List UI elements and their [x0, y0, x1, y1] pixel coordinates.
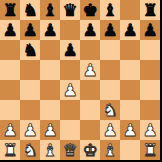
square-a1[interactable]: ♜ — [0, 140, 20, 160]
square-e8[interactable]: ♚ — [80, 0, 100, 20]
square-g6[interactable] — [120, 40, 140, 60]
piece-black-bishop[interactable]: ♝ — [42, 0, 57, 20]
square-f7[interactable]: ♟ — [100, 20, 120, 40]
square-e2[interactable] — [80, 120, 100, 140]
square-d5[interactable] — [60, 60, 80, 80]
square-d6[interactable]: ♟ — [60, 40, 80, 60]
square-a7[interactable]: ♟ — [0, 20, 20, 40]
square-f4[interactable] — [100, 80, 120, 100]
square-c4[interactable] — [40, 80, 60, 100]
piece-white-pawn[interactable]: ♟ — [62, 80, 77, 100]
piece-black-rook[interactable]: ♜ — [2, 0, 17, 20]
piece-white-queen[interactable]: ♛ — [62, 140, 77, 160]
square-d7[interactable] — [60, 20, 80, 40]
square-a5[interactable] — [0, 60, 20, 80]
piece-black-pawn[interactable]: ♟ — [22, 20, 37, 40]
square-b4[interactable] — [20, 80, 40, 100]
square-b3[interactable] — [20, 100, 40, 120]
square-b6[interactable]: ♞ — [20, 40, 40, 60]
square-e4[interactable] — [80, 80, 100, 100]
piece-black-rook[interactable]: ♜ — [142, 0, 157, 20]
piece-white-rook[interactable]: ♜ — [142, 140, 157, 160]
square-d3[interactable] — [60, 100, 80, 120]
piece-white-pawn[interactable]: ♟ — [82, 60, 97, 80]
square-h7[interactable]: ♟ — [140, 20, 160, 40]
square-h1[interactable]: ♜ — [140, 140, 160, 160]
square-e3[interactable] — [80, 100, 100, 120]
piece-black-pawn[interactable]: ♟ — [2, 20, 17, 40]
piece-black-pawn[interactable]: ♟ — [42, 20, 57, 40]
piece-black-pawn[interactable]: ♟ — [82, 20, 97, 40]
square-g4[interactable] — [120, 80, 140, 100]
square-c7[interactable]: ♟ — [40, 20, 60, 40]
square-a6[interactable] — [0, 40, 20, 60]
square-a3[interactable] — [0, 100, 20, 120]
piece-white-rook[interactable]: ♜ — [2, 140, 17, 160]
square-h3[interactable] — [140, 100, 160, 120]
square-a2[interactable]: ♟ — [0, 120, 20, 140]
square-a8[interactable]: ♜ — [0, 0, 20, 20]
piece-white-pawn[interactable]: ♟ — [2, 120, 17, 140]
square-b5[interactable] — [20, 60, 40, 80]
piece-white-pawn[interactable]: ♟ — [142, 120, 157, 140]
piece-white-pawn[interactable]: ♟ — [122, 120, 137, 140]
square-c1[interactable]: ♝ — [40, 140, 60, 160]
piece-white-bishop[interactable]: ♝ — [102, 140, 117, 160]
square-d8[interactable]: ♛ — [60, 0, 80, 20]
square-f3[interactable]: ♞ — [100, 100, 120, 120]
square-h2[interactable]: ♟ — [140, 120, 160, 140]
piece-black-pawn[interactable]: ♟ — [62, 40, 77, 60]
square-f2[interactable]: ♟ — [100, 120, 120, 140]
square-b8[interactable]: ♞ — [20, 0, 40, 20]
square-e1[interactable]: ♚ — [80, 140, 100, 160]
square-c6[interactable] — [40, 40, 60, 60]
square-g5[interactable] — [120, 60, 140, 80]
square-c5[interactable] — [40, 60, 60, 80]
square-b1[interactable]: ♞ — [20, 140, 40, 160]
square-g7[interactable]: ♟ — [120, 20, 140, 40]
piece-black-bishop[interactable]: ♝ — [102, 0, 117, 20]
square-d1[interactable]: ♛ — [60, 140, 80, 160]
chess-board: ♜♞♝♛♚♝♜♟♟♟♟♟♟♟♞♟♟♟♞♟♟♟♟♟♟♜♞♝♛♚♝♜ — [0, 0, 162, 162]
square-a4[interactable] — [0, 80, 20, 100]
piece-white-pawn[interactable]: ♟ — [22, 120, 37, 140]
square-d4[interactable]: ♟ — [60, 80, 80, 100]
square-d2[interactable] — [60, 120, 80, 140]
square-g3[interactable] — [120, 100, 140, 120]
square-c8[interactable]: ♝ — [40, 0, 60, 20]
square-f5[interactable] — [100, 60, 120, 80]
square-h6[interactable] — [140, 40, 160, 60]
square-h5[interactable] — [140, 60, 160, 80]
square-g2[interactable]: ♟ — [120, 120, 140, 140]
square-e7[interactable]: ♟ — [80, 20, 100, 40]
piece-white-pawn[interactable]: ♟ — [42, 120, 57, 140]
square-c3[interactable] — [40, 100, 60, 120]
piece-white-knight[interactable]: ♞ — [102, 100, 117, 120]
square-f1[interactable]: ♝ — [100, 140, 120, 160]
square-f8[interactable]: ♝ — [100, 0, 120, 20]
piece-black-pawn[interactable]: ♟ — [102, 20, 117, 40]
square-g8[interactable] — [120, 0, 140, 20]
square-h4[interactable] — [140, 80, 160, 100]
piece-white-king[interactable]: ♚ — [82, 140, 97, 160]
square-g1[interactable] — [120, 140, 140, 160]
square-f6[interactable] — [100, 40, 120, 60]
piece-black-pawn[interactable]: ♟ — [122, 20, 137, 40]
square-h8[interactable]: ♜ — [140, 0, 160, 20]
square-e5[interactable]: ♟ — [80, 60, 100, 80]
piece-black-knight[interactable]: ♞ — [22, 0, 37, 20]
piece-white-bishop[interactable]: ♝ — [42, 140, 57, 160]
piece-white-knight[interactable]: ♞ — [22, 140, 37, 160]
piece-white-pawn[interactable]: ♟ — [102, 120, 117, 140]
piece-black-king[interactable]: ♚ — [82, 0, 97, 20]
square-c2[interactable]: ♟ — [40, 120, 60, 140]
piece-black-pawn[interactable]: ♟ — [142, 20, 157, 40]
square-b7[interactable]: ♟ — [20, 20, 40, 40]
piece-black-queen[interactable]: ♛ — [62, 0, 77, 20]
square-b2[interactable]: ♟ — [20, 120, 40, 140]
piece-black-knight[interactable]: ♞ — [22, 40, 37, 60]
square-e6[interactable] — [80, 40, 100, 60]
